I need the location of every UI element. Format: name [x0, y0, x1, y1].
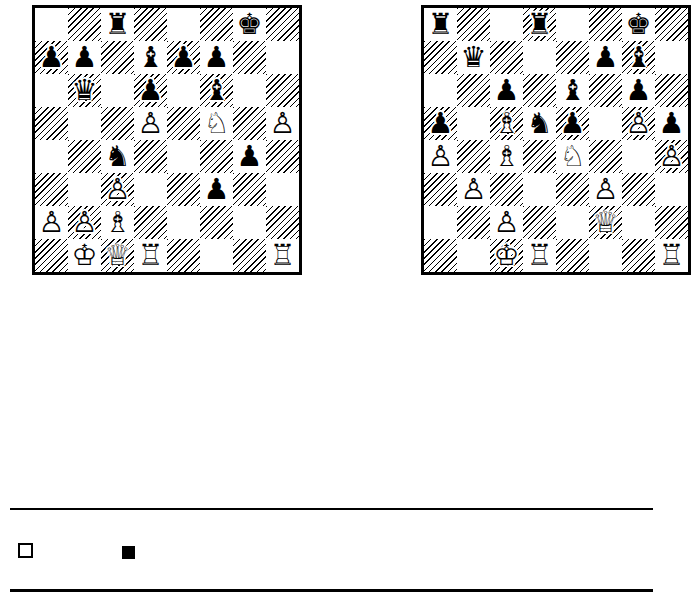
square-e3[interactable] [556, 173, 589, 206]
black-pawn-piece: ♟ [494, 74, 520, 107]
right-chessboard: ♜♜♚♛♟♝♟♝♟♟♗♞♟♙♟♙♗♘♙♙♙♙♕♔♖♖ [421, 5, 691, 275]
square-e5[interactable]: ♟ [556, 107, 589, 140]
square-e8[interactable] [167, 8, 200, 41]
black-bishop-piece: ♝ [626, 41, 652, 74]
square-c1[interactable]: ♕ [101, 239, 134, 272]
square-f5[interactable] [589, 107, 622, 140]
square-b8[interactable] [457, 8, 490, 41]
square-b7[interactable]: ♟ [68, 41, 101, 74]
black-pawn-piece: ♟ [204, 173, 230, 206]
square-f4[interactable] [589, 140, 622, 173]
square-a7[interactable] [424, 41, 457, 74]
square-d8[interactable] [134, 8, 167, 41]
square-e4[interactable]: ♘ [556, 140, 589, 173]
white-pawn-piece: ♙ [659, 140, 685, 173]
square-b2[interactable]: ♙ [68, 206, 101, 239]
square-f6[interactable]: ♝ [200, 74, 233, 107]
square-b5[interactable] [457, 107, 490, 140]
black-pawn-piece: ♟ [237, 140, 263, 173]
separator-rule-top [10, 508, 653, 510]
black-king-piece: ♚ [626, 8, 652, 41]
square-b4[interactable] [68, 140, 101, 173]
black-queen-piece: ♛ [72, 74, 98, 107]
white-pawn-piece: ♙ [593, 173, 619, 206]
square-b1[interactable]: ♔ [68, 239, 101, 272]
square-g1[interactable] [233, 239, 266, 272]
white-pawn-piece: ♙ [39, 206, 65, 239]
square-c6[interactable]: ♟ [490, 74, 523, 107]
white-square-legend-icon [18, 543, 33, 558]
square-e7[interactable]: ♟ [167, 41, 200, 74]
black-bishop-piece: ♝ [138, 41, 164, 74]
separator-rule-bottom [10, 589, 653, 592]
square-g1[interactable] [622, 239, 655, 272]
square-c4[interactable]: ♞ [101, 140, 134, 173]
black-bishop-piece: ♝ [560, 74, 586, 107]
square-g2[interactable] [622, 206, 655, 239]
square-b6[interactable]: ♛ [68, 74, 101, 107]
square-f8[interactable] [589, 8, 622, 41]
square-b7[interactable]: ♛ [457, 41, 490, 74]
square-f5[interactable]: ♘ [200, 107, 233, 140]
square-d8[interactable]: ♜ [523, 8, 556, 41]
square-c3[interactable] [490, 173, 523, 206]
black-knight-piece: ♞ [105, 140, 131, 173]
square-c6[interactable] [101, 74, 134, 107]
square-f6[interactable] [589, 74, 622, 107]
square-a6[interactable] [35, 74, 68, 107]
square-h2[interactable] [655, 206, 688, 239]
square-a3[interactable] [35, 173, 68, 206]
square-d5[interactable]: ♞ [523, 107, 556, 140]
square-h5[interactable]: ♟ [655, 107, 688, 140]
black-rook-piece: ♜ [428, 8, 454, 41]
square-d3[interactable] [523, 173, 556, 206]
square-h2[interactable] [266, 206, 299, 239]
square-c8[interactable] [490, 8, 523, 41]
white-pawn-piece: ♙ [270, 107, 296, 140]
black-pawn-piece: ♟ [39, 41, 65, 74]
black-pawn-piece: ♟ [560, 107, 586, 140]
square-d1[interactable]: ♖ [523, 239, 556, 272]
square-a1[interactable] [35, 239, 68, 272]
black-pawn-piece: ♟ [593, 41, 619, 74]
square-g3[interactable] [622, 173, 655, 206]
square-a7[interactable]: ♟ [35, 41, 68, 74]
black-pawn-piece: ♟ [171, 41, 197, 74]
book-page: ♜♚♟♟♝♟♟♛♟♝♙♘♙♞♟♙♟♙♙♗♔♕♖♖ ♜♜♚♛♟♝♟♝♟♟♗♞♟♙♟… [0, 0, 696, 598]
black-knight-piece: ♞ [527, 107, 553, 140]
white-rook-piece: ♖ [527, 239, 553, 272]
square-c8[interactable]: ♜ [101, 8, 134, 41]
square-c7[interactable] [490, 41, 523, 74]
square-h6[interactable] [266, 74, 299, 107]
square-h8[interactable] [655, 8, 688, 41]
square-b1[interactable] [457, 239, 490, 272]
square-g5[interactable] [233, 107, 266, 140]
white-king-piece: ♔ [72, 239, 98, 272]
left-chessboard: ♜♚♟♟♝♟♟♛♟♝♙♘♙♞♟♙♟♙♙♗♔♕♖♖ [32, 5, 302, 275]
square-h1[interactable]: ♖ [266, 239, 299, 272]
black-pawn-piece: ♟ [72, 41, 98, 74]
square-e5[interactable] [167, 107, 200, 140]
square-d4[interactable] [523, 140, 556, 173]
square-h3[interactable] [655, 173, 688, 206]
square-h6[interactable] [655, 74, 688, 107]
square-f1[interactable] [589, 239, 622, 272]
black-rook-piece: ♜ [105, 8, 131, 41]
square-h3[interactable] [266, 173, 299, 206]
white-bishop-piece: ♗ [494, 107, 520, 140]
square-f1[interactable] [200, 239, 233, 272]
square-b6[interactable] [457, 74, 490, 107]
square-a4[interactable]: ♙ [424, 140, 457, 173]
square-a8[interactable] [35, 8, 68, 41]
square-a1[interactable] [424, 239, 457, 272]
square-a3[interactable] [424, 173, 457, 206]
white-queen-piece: ♕ [105, 239, 131, 272]
square-g8[interactable]: ♚ [233, 8, 266, 41]
square-b5[interactable] [68, 107, 101, 140]
black-pawn-piece: ♟ [626, 74, 652, 107]
square-f2[interactable] [200, 206, 233, 239]
square-g8[interactable]: ♚ [622, 8, 655, 41]
square-f3[interactable]: ♟ [200, 173, 233, 206]
square-c7[interactable] [101, 41, 134, 74]
black-queen-piece: ♛ [461, 41, 487, 74]
white-knight-piece: ♘ [204, 107, 230, 140]
white-bishop-piece: ♗ [494, 140, 520, 173]
square-d3[interactable] [134, 173, 167, 206]
square-b3[interactable]: ♙ [457, 173, 490, 206]
square-a2[interactable]: ♙ [35, 206, 68, 239]
white-bishop-piece: ♗ [105, 206, 131, 239]
square-d7[interactable] [523, 41, 556, 74]
square-e1[interactable] [167, 239, 200, 272]
square-c5[interactable]: ♗ [490, 107, 523, 140]
square-a2[interactable] [424, 206, 457, 239]
square-g4[interactable] [622, 140, 655, 173]
square-h1[interactable]: ♖ [655, 239, 688, 272]
square-e8[interactable] [556, 8, 589, 41]
square-g7[interactable] [233, 41, 266, 74]
square-b3[interactable] [68, 173, 101, 206]
white-pawn-piece: ♙ [138, 107, 164, 140]
square-b8[interactable] [68, 8, 101, 41]
square-g4[interactable]: ♟ [233, 140, 266, 173]
square-d4[interactable] [134, 140, 167, 173]
square-e2[interactable] [556, 206, 589, 239]
square-a8[interactable]: ♜ [424, 8, 457, 41]
square-d6[interactable]: ♟ [134, 74, 167, 107]
square-h8[interactable] [266, 8, 299, 41]
square-d2[interactable] [523, 206, 556, 239]
black-pawn-piece: ♟ [204, 41, 230, 74]
square-d1[interactable]: ♖ [134, 239, 167, 272]
black-king-piece: ♚ [237, 8, 263, 41]
square-f7[interactable]: ♟ [589, 41, 622, 74]
square-c5[interactable] [101, 107, 134, 140]
square-f4[interactable] [200, 140, 233, 173]
square-b2[interactable] [457, 206, 490, 239]
square-g6[interactable]: ♟ [622, 74, 655, 107]
square-e7[interactable] [556, 41, 589, 74]
square-f2[interactable]: ♕ [589, 206, 622, 239]
square-d5[interactable]: ♙ [134, 107, 167, 140]
square-h4[interactable]: ♙ [655, 140, 688, 173]
square-c2[interactable]: ♙ [490, 206, 523, 239]
square-a5[interactable] [35, 107, 68, 140]
square-f7[interactable]: ♟ [200, 41, 233, 74]
white-pawn-piece: ♙ [626, 107, 652, 140]
black-pawn-piece: ♟ [138, 74, 164, 107]
white-pawn-piece: ♙ [105, 173, 131, 206]
square-g2[interactable] [233, 206, 266, 239]
white-king-piece: ♔ [494, 239, 520, 272]
white-rook-piece: ♖ [270, 239, 296, 272]
black-pawn-piece: ♟ [659, 107, 685, 140]
square-h5[interactable]: ♙ [266, 107, 299, 140]
square-f3[interactable]: ♙ [589, 173, 622, 206]
square-c4[interactable]: ♗ [490, 140, 523, 173]
black-square-legend-icon [122, 546, 135, 559]
white-pawn-piece: ♙ [72, 206, 98, 239]
white-knight-piece: ♘ [560, 140, 586, 173]
square-g7[interactable]: ♝ [622, 41, 655, 74]
square-h4[interactable] [266, 140, 299, 173]
square-g6[interactable] [233, 74, 266, 107]
square-e6[interactable] [167, 74, 200, 107]
square-e4[interactable] [167, 140, 200, 173]
white-pawn-piece: ♙ [494, 206, 520, 239]
square-d2[interactable] [134, 206, 167, 239]
square-e3[interactable] [167, 173, 200, 206]
square-d7[interactable]: ♝ [134, 41, 167, 74]
square-c1[interactable]: ♔ [490, 239, 523, 272]
square-e2[interactable] [167, 206, 200, 239]
square-d6[interactable] [523, 74, 556, 107]
square-a4[interactable] [35, 140, 68, 173]
square-c2[interactable]: ♗ [101, 206, 134, 239]
white-pawn-piece: ♙ [461, 173, 487, 206]
square-h7[interactable] [655, 41, 688, 74]
square-g3[interactable] [233, 173, 266, 206]
black-rook-piece: ♜ [527, 8, 553, 41]
black-pawn-piece: ♟ [428, 107, 454, 140]
white-rook-piece: ♖ [659, 239, 685, 272]
square-c3[interactable]: ♙ [101, 173, 134, 206]
square-e6[interactable]: ♝ [556, 74, 589, 107]
square-g5[interactable]: ♙ [622, 107, 655, 140]
square-b4[interactable] [457, 140, 490, 173]
black-bishop-piece: ♝ [204, 74, 230, 107]
white-pawn-piece: ♙ [428, 140, 454, 173]
square-f8[interactable] [200, 8, 233, 41]
white-queen-piece: ♕ [593, 206, 619, 239]
square-e1[interactable] [556, 239, 589, 272]
square-h7[interactable] [266, 41, 299, 74]
square-a5[interactable]: ♟ [424, 107, 457, 140]
white-rook-piece: ♖ [138, 239, 164, 272]
square-a6[interactable] [424, 74, 457, 107]
